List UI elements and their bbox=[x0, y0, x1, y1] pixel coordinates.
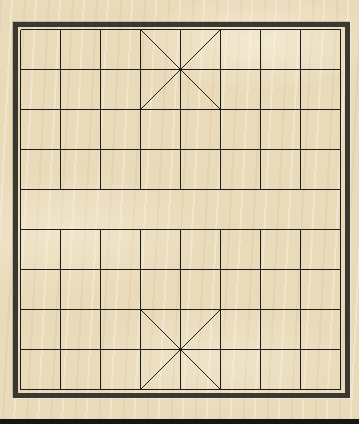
bottom-strip bbox=[0, 419, 359, 424]
xiangqi-board bbox=[0, 0, 359, 424]
grid-lines bbox=[21, 30, 341, 390]
board-grid[interactable] bbox=[20, 29, 341, 390]
